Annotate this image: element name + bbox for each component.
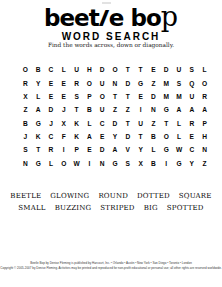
grid-cell-r3c15: R	[198, 90, 211, 103]
grid-cell-r7c7: D	[96, 143, 109, 156]
grid-cell-r6c12: O	[160, 130, 173, 143]
grid-cell-r2c15: O	[198, 76, 211, 89]
grid-cell-r7c8: A	[109, 143, 122, 156]
grid-cell-r8c14: Y	[185, 157, 198, 170]
word-list: BEETLEGLOWINGROUNDDOTTEDSQUARE SMALLBUZZ…	[0, 190, 222, 214]
word-list-item: SQUARE	[179, 190, 212, 202]
grid-cell-r5c13: L	[173, 117, 186, 130]
grid-cell-r2c9: D	[121, 76, 134, 89]
grid-cell-r1c13: U	[173, 63, 186, 76]
title-letter: b	[44, 5, 59, 31]
grid-cell-r1c9: T	[121, 63, 134, 76]
grid-cell-r6c14: E	[185, 130, 198, 143]
word-list-item: DOTTED	[137, 190, 170, 202]
grid-cell-r1c11: E	[147, 63, 160, 76]
grid-cell-r8c1: N	[19, 157, 32, 170]
grid-cell-r8c3: L	[45, 157, 58, 170]
grid-cell-r8c7: N	[96, 157, 109, 170]
word-list-item: BUZZING	[55, 202, 92, 214]
footer-line1: Beetle Bop by Denise Fleming is publishe…	[0, 261, 222, 266]
grid-cell-r8c15: Z	[198, 157, 211, 170]
grid-cell-r6c3: C	[45, 130, 58, 143]
grid-cell-r8c10: X	[134, 157, 147, 170]
grid-cell-r4c3: D	[45, 103, 58, 116]
grid-cell-r3c5: S	[70, 90, 83, 103]
grid-cell-r1c7: D	[96, 63, 109, 76]
word-list-item: SMALL	[18, 202, 45, 214]
grid-cell-r7c6: E	[83, 143, 96, 156]
grid-cell-r2c5: R	[70, 76, 83, 89]
word-list-row2: SMALLBUZZINGSTRIPEDBIGSPOTTED	[0, 202, 222, 214]
grid-cell-r6c11: B	[147, 130, 160, 143]
grid-cell-r3c12: M	[160, 90, 173, 103]
grid-cell-r2c11: Z	[147, 76, 160, 89]
grid-cell-r7c3: R	[45, 143, 58, 156]
title-letter: b	[130, 5, 145, 31]
word-search-page: beetle bop WORD SEARCH Find the words ac…	[0, 0, 222, 287]
grid-cell-r6c9: D	[121, 130, 134, 143]
grid-cell-r4c14: A	[185, 103, 198, 116]
grid-cell-r4c9: Z	[121, 103, 134, 116]
instructions-text: Find the words across, down or diagonall…	[0, 42, 222, 48]
grid-cell-r7c14: C	[185, 143, 198, 156]
word-list-row1: BEETLEGLOWINGROUNDDOTTEDSQUARE	[0, 190, 222, 202]
grid-cell-r8c4: O	[57, 157, 70, 170]
grid-cell-r7c11: L	[147, 143, 160, 156]
grid-cell-r6c1: J	[19, 130, 32, 143]
grid-cell-r4c4: J	[57, 103, 70, 116]
grid-cell-r5c3: J	[45, 117, 58, 130]
grid-cell-r6c6: A	[83, 130, 96, 143]
grid-cell-r7c5: P	[70, 143, 83, 156]
grid-cell-r3c3: E	[45, 90, 58, 103]
grid-cell-r4c7: U	[96, 103, 109, 116]
grid-cell-r2c3: E	[45, 76, 58, 89]
grid-cell-r6c8: Y	[109, 130, 122, 143]
grid-cell-r5c6: L	[83, 117, 96, 130]
grid-cell-r4c5: T	[70, 103, 83, 116]
grid-cell-r2c12: M	[160, 76, 173, 89]
grid-cell-r2c8: N	[109, 76, 122, 89]
title-letter: p	[161, 1, 178, 32]
grid-cell-r5c4: X	[57, 117, 70, 130]
grid-cell-r5c12: T	[160, 117, 173, 130]
grid-cell-r3c7: O	[96, 90, 109, 103]
grid-cell-r1c10: T	[134, 63, 147, 76]
grid-cell-r7c13: W	[173, 143, 186, 156]
grid-cell-r4c13: A	[173, 103, 186, 116]
grid-cell-r8c11: B	[147, 157, 160, 170]
grid-cell-r8c5: W	[70, 157, 83, 170]
page-title: beetle bop	[0, 4, 222, 34]
grid-cell-r3c14: U	[185, 90, 198, 103]
grid-cell-r7c12: G	[160, 143, 173, 156]
grid-cell-r6c10: T	[134, 130, 147, 143]
grid-cell-r3c8: T	[109, 90, 122, 103]
word-list-item: ROUND	[98, 190, 128, 202]
grid-cell-r7c15: N	[198, 143, 211, 156]
grid-cell-r2c2: Y	[32, 76, 45, 89]
grid-cell-r5c2: G	[32, 117, 45, 130]
grid-cell-r7c4: I	[57, 143, 70, 156]
grid-cell-r5c15: P	[198, 117, 211, 130]
grid-cell-r2c13: S	[173, 76, 186, 89]
grid-cell-r8c13: G	[173, 157, 186, 170]
grid-cell-r1c15: L	[198, 63, 211, 76]
grid-cell-r3c2: L	[32, 90, 45, 103]
word-list-item: STRIPED	[100, 202, 134, 214]
grid-cell-r1c4: L	[57, 63, 70, 76]
grid-cell-r2c1: R	[19, 76, 32, 89]
grid-cell-r4c11: N	[147, 103, 160, 116]
grid-cell-r3c4: E	[57, 90, 70, 103]
grid-cell-r1c5: U	[70, 63, 83, 76]
grid-cell-r5c9: T	[121, 117, 134, 130]
grid-cell-r8c8: G	[109, 157, 122, 170]
grid-cell-r5c14: R	[185, 117, 198, 130]
grid-cell-r1c6: H	[83, 63, 96, 76]
grid-cell-r6c5: K	[70, 130, 83, 143]
grid-cell-r2c10: G	[134, 76, 147, 89]
grid-cell-r3c6: P	[83, 90, 96, 103]
grid-cell-r1c8: O	[109, 63, 122, 76]
grid-cell-r8c12: I	[160, 157, 173, 170]
grid-cell-r6c7: E	[96, 130, 109, 143]
grid-cell-r7c9: V	[121, 143, 134, 156]
title-letter: e	[74, 5, 89, 31]
grid-cell-r2c4: E	[57, 76, 70, 89]
footer-line2: Copyright © 2005-2007 by Denise Fleming.…	[0, 266, 222, 271]
grid-cell-r4c12: G	[160, 103, 173, 116]
grid-cell-r6c15: H	[198, 130, 211, 143]
word-list-item: GLOWING	[50, 190, 89, 202]
grid-cell-r8c9: S	[121, 157, 134, 170]
title-letter: e	[59, 5, 74, 31]
word-list-item: BEETLE	[10, 190, 41, 202]
word-search-heading: WORD SEARCH	[0, 31, 222, 42]
grid-cell-r4c1: Z	[19, 103, 32, 116]
grid-cell-r2c6: O	[83, 76, 96, 89]
grid-cell-r2c14: Q	[185, 76, 198, 89]
grid-cell-r6c2: K	[32, 130, 45, 143]
grid-cell-r4c2: A	[32, 103, 45, 116]
grid-cell-r4c10: I	[134, 103, 147, 116]
grid-cell-r5c10: U	[134, 117, 147, 130]
grid-cell-r5c7: C	[96, 117, 109, 130]
grid-cell-r7c10: Y	[134, 143, 147, 156]
grid-cell-r3c10: E	[134, 90, 147, 103]
page-footer: Beetle Bop by Denise Fleming is publishe…	[0, 261, 222, 270]
grid-cell-r4c15: A	[198, 103, 211, 116]
grid-cell-r3c9: T	[121, 90, 134, 103]
grid-cell-r7c2: T	[32, 143, 45, 156]
grid-cell-r5c11: Z	[147, 117, 160, 130]
grid-cell-r8c6: I	[83, 157, 96, 170]
grid-cell-r7c1: S	[19, 143, 32, 156]
word-search-grid: OBCLUHDOTTEDUSLRYEEROUNDGZMSQOXLEESPOTTE…	[19, 63, 211, 170]
word-list-item: SPOTTED	[167, 202, 204, 214]
grid-cell-r3c13: M	[173, 90, 186, 103]
grid-cell-r4c6: B	[83, 103, 96, 116]
grid-cell-r1c12: D	[160, 63, 173, 76]
title-letter: o	[146, 5, 161, 31]
grid-cell-r8c2: G	[32, 157, 45, 170]
grid-cell-r3c11: D	[147, 90, 160, 103]
grid-cell-r6c13: L	[173, 130, 186, 143]
grid-cell-r4c8: Z	[109, 103, 122, 116]
grid-cell-r5c8: D	[109, 117, 122, 130]
grid-cell-r1c14: S	[185, 63, 198, 76]
grid-cell-r2c7: U	[96, 76, 109, 89]
grid-cell-r5c5: K	[70, 117, 83, 130]
grid-cell-r3c1: X	[19, 90, 32, 103]
grid-cell-r1c3: C	[45, 63, 58, 76]
grid-cell-r1c2: B	[32, 63, 45, 76]
grid-cell-r5c1: B	[19, 117, 32, 130]
grid-cell-r1c1: O	[19, 63, 32, 76]
grid-cell-r6c4: F	[57, 130, 70, 143]
word-list-item: BIG	[144, 202, 158, 214]
